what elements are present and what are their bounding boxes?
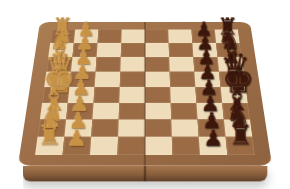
square-light xyxy=(119,87,145,103)
square-dark xyxy=(119,103,145,120)
square-light xyxy=(196,103,223,120)
square-dark xyxy=(170,72,196,87)
square-light xyxy=(145,137,172,155)
square-light xyxy=(44,72,71,87)
square-light xyxy=(221,87,248,103)
square-light xyxy=(48,43,74,57)
square-light xyxy=(192,43,217,57)
square-light xyxy=(40,103,68,120)
square-light xyxy=(120,57,145,72)
square-dark xyxy=(222,103,250,120)
square-light xyxy=(194,72,220,87)
square-dark xyxy=(193,57,219,72)
square-dark xyxy=(118,137,145,155)
square-dark xyxy=(145,120,172,137)
square-light xyxy=(145,72,170,87)
square-light xyxy=(92,103,119,120)
square-light xyxy=(145,43,169,57)
square-dark xyxy=(195,87,222,103)
square-light xyxy=(74,29,99,43)
square-dark xyxy=(120,72,145,87)
square-light xyxy=(35,137,64,155)
chess-set-photo: ♜♞♝♛♚♝♞♜♟♟♟♟♟♟♟♟♟♟♟♟♟♟♟♟♜♞♝♛♚♝♞♜ xyxy=(0,0,290,189)
square-dark xyxy=(121,43,145,57)
square-light xyxy=(171,120,198,137)
square-dark xyxy=(219,72,246,87)
square-light xyxy=(64,120,92,137)
square-dark xyxy=(216,43,242,57)
square-light xyxy=(90,137,118,155)
square-dark xyxy=(192,29,217,43)
square-light xyxy=(215,29,240,43)
square-dark xyxy=(198,120,226,137)
board-side-fold-seam xyxy=(144,166,146,182)
square-light xyxy=(199,137,228,155)
square-dark xyxy=(50,29,75,43)
square-dark xyxy=(42,87,69,103)
square-light xyxy=(68,87,95,103)
square-light xyxy=(71,57,97,72)
square-dark xyxy=(69,72,95,87)
square-dark xyxy=(94,87,120,103)
square-dark xyxy=(96,57,121,72)
board-fold-seam xyxy=(144,22,146,166)
square-dark xyxy=(46,57,72,72)
square-light xyxy=(121,29,145,43)
square-dark xyxy=(91,120,118,137)
square-light xyxy=(95,72,121,87)
square-dark xyxy=(72,43,97,57)
square-light xyxy=(118,120,145,137)
square-dark xyxy=(145,29,169,43)
board-side-edge xyxy=(23,166,268,182)
square-dark xyxy=(226,137,255,155)
square-light xyxy=(145,103,171,120)
square-light xyxy=(169,57,194,72)
square-light xyxy=(168,29,192,43)
square-dark xyxy=(98,29,122,43)
square-dark xyxy=(169,43,194,57)
square-dark xyxy=(63,137,92,155)
square-light xyxy=(97,43,122,57)
square-dark xyxy=(171,103,198,120)
square-dark xyxy=(37,120,66,137)
square-light xyxy=(224,120,253,137)
square-dark xyxy=(66,103,93,120)
chess-board: ♜♞♝♛♚♝♞♜♟♟♟♟♟♟♟♟♟♟♟♟♟♟♟♟♜♞♝♛♚♝♞♜ xyxy=(18,22,272,166)
square-dark xyxy=(145,57,170,72)
square-dark xyxy=(145,87,171,103)
square-light xyxy=(218,57,244,72)
square-light xyxy=(170,87,196,103)
square-dark xyxy=(172,137,200,155)
